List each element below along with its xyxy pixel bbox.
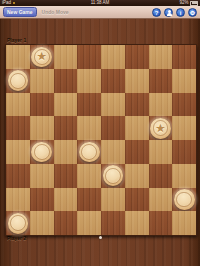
square-d2[interactable] [77,188,101,212]
square-a6[interactable] [6,93,30,117]
square-d5[interactable] [77,116,101,140]
piece-white-man[interactable] [8,213,29,234]
settings-icon[interactable]: ⚙ [188,8,197,17]
square-h8[interactable] [172,45,196,69]
square-f7[interactable] [125,69,149,93]
square-a3[interactable] [6,164,30,188]
undo-move-button[interactable]: Undo Move [42,9,69,15]
piece-white-man[interactable] [103,165,124,186]
square-b4[interactable] [30,140,54,164]
piece-ring [34,144,50,160]
square-e4[interactable] [101,140,125,164]
square-c2[interactable] [54,188,78,212]
square-d1[interactable] [77,211,101,235]
square-g7[interactable] [149,69,173,93]
piece-ring [105,168,121,184]
square-e8[interactable] [101,45,125,69]
square-c7[interactable] [54,69,78,93]
king-star-icon: ★ [31,47,52,68]
square-h3[interactable] [172,164,196,188]
square-g4[interactable] [149,140,173,164]
square-e3[interactable] [101,164,125,188]
square-h6[interactable] [172,93,196,117]
square-g3[interactable] [149,164,173,188]
nav-icons: ? i ⚙ [152,8,197,17]
battery-fill [192,2,197,4]
player-icon[interactable] [164,8,173,17]
square-a8[interactable] [6,45,30,69]
square-h2[interactable] [172,188,196,212]
square-b1[interactable] [30,211,54,235]
piece-white-man[interactable] [79,142,100,163]
square-c8[interactable] [54,45,78,69]
square-c4[interactable] [54,140,78,164]
square-d6[interactable] [77,93,101,117]
square-b3[interactable] [30,164,54,188]
square-c5[interactable] [54,116,78,140]
square-h5[interactable] [172,116,196,140]
piece-ring [81,144,97,160]
square-b8[interactable]: ★ [30,45,54,69]
square-e1[interactable] [101,211,125,235]
square-b6[interactable] [30,93,54,117]
square-a5[interactable] [6,116,30,140]
info-icon[interactable]: i [176,8,185,17]
piece-ring [176,192,192,208]
square-f5[interactable] [125,116,149,140]
battery-icon [190,1,198,6]
square-h4[interactable] [172,140,196,164]
square-e2[interactable] [101,188,125,212]
square-a7[interactable] [6,69,30,93]
square-e5[interactable] [101,116,125,140]
square-g1[interactable] [149,211,173,235]
piece-white-man[interactable] [8,70,29,91]
square-d4[interactable] [77,140,101,164]
square-f4[interactable] [125,140,149,164]
new-game-button[interactable]: New Game [3,7,37,17]
square-a1[interactable] [6,211,30,235]
square-g8[interactable] [149,45,173,69]
square-g5[interactable]: ★ [149,116,173,140]
square-g2[interactable] [149,188,173,212]
square-d7[interactable] [77,69,101,93]
piece-white-king[interactable]: ★ [150,118,171,139]
king-star-icon: ★ [150,118,171,139]
player1-label: Player 1 [7,37,26,43]
square-f8[interactable] [125,45,149,69]
help-icon[interactable]: ? [152,8,161,17]
square-c6[interactable] [54,93,78,117]
square-b7[interactable] [30,69,54,93]
square-h1[interactable] [172,211,196,235]
piece-white-man[interactable] [174,189,195,210]
square-b5[interactable] [30,116,54,140]
piece-ring [10,215,26,231]
page-indicator-dot [99,236,102,239]
square-f3[interactable] [125,164,149,188]
square-e6[interactable] [101,93,125,117]
square-c1[interactable] [54,211,78,235]
piece-white-king[interactable]: ★ [31,47,52,68]
square-c3[interactable] [54,164,78,188]
nav-bar: New Game Undo Move ? i ⚙ [0,6,200,19]
square-e7[interactable] [101,69,125,93]
square-a4[interactable] [6,140,30,164]
piece-ring [10,73,26,89]
square-d3[interactable] [77,164,101,188]
square-h7[interactable] [172,69,196,93]
person-body [167,13,172,16]
square-f1[interactable] [125,211,149,235]
checkers-app-screen: iPad 11:38 AM 92% New Game Undo Move ? i… [0,0,200,266]
square-d8[interactable] [77,45,101,69]
square-b2[interactable] [30,188,54,212]
square-f6[interactable] [125,93,149,117]
board: ★★ [5,44,197,236]
square-a2[interactable] [6,188,30,212]
square-f2[interactable] [125,188,149,212]
square-g6[interactable] [149,93,173,117]
piece-white-man[interactable] [31,142,52,163]
